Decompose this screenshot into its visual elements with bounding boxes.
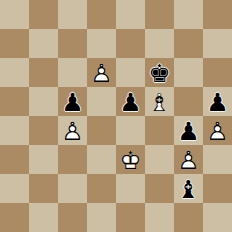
square-a6[interactable] <box>0 58 29 87</box>
white-pawn[interactable]: ♟♙ <box>174 145 203 174</box>
white-pawn-outline: ♙ <box>174 146 203 175</box>
square-h5[interactable]: ♟ <box>203 87 232 116</box>
square-c5[interactable]: ♟ <box>58 87 87 116</box>
square-g6[interactable] <box>174 58 203 87</box>
square-b1[interactable] <box>29 203 58 232</box>
square-a2[interactable] <box>0 174 29 203</box>
black-pawn[interactable]: ♟ <box>203 87 232 116</box>
square-b2[interactable] <box>29 174 58 203</box>
square-a5[interactable] <box>0 87 29 116</box>
white-pawn-outline: ♙ <box>58 117 87 146</box>
square-b5[interactable] <box>29 87 58 116</box>
square-g3[interactable]: ♟♙ <box>174 145 203 174</box>
square-a3[interactable] <box>0 145 29 174</box>
square-c1[interactable] <box>58 203 87 232</box>
square-b4[interactable] <box>29 116 58 145</box>
square-f4[interactable] <box>145 116 174 145</box>
square-g5[interactable] <box>174 87 203 116</box>
square-d1[interactable] <box>87 203 116 232</box>
chess-board: ♟♙♚♟♟♝♗♟♟♙♟♟♙♚♔♟♙♝ <box>0 0 232 232</box>
square-a8[interactable] <box>0 0 29 29</box>
white-pawn[interactable]: ♟♙ <box>203 116 232 145</box>
square-d3[interactable] <box>87 145 116 174</box>
black-pawn-glyph: ♟ <box>116 88 145 117</box>
square-g2[interactable]: ♝ <box>174 174 203 203</box>
square-f6[interactable]: ♚ <box>145 58 174 87</box>
square-d2[interactable] <box>87 174 116 203</box>
white-pawn-outline: ♙ <box>87 59 116 88</box>
white-bishop[interactable]: ♝♗ <box>145 87 174 116</box>
black-pawn-glyph: ♟ <box>174 117 203 146</box>
square-h3[interactable] <box>203 145 232 174</box>
square-g7[interactable] <box>174 29 203 58</box>
black-bishop-glyph: ♝ <box>174 175 203 204</box>
square-h7[interactable] <box>203 29 232 58</box>
square-d7[interactable] <box>87 29 116 58</box>
square-d8[interactable] <box>87 0 116 29</box>
white-pawn[interactable]: ♟♙ <box>87 58 116 87</box>
square-c6[interactable] <box>58 58 87 87</box>
square-g4[interactable]: ♟ <box>174 116 203 145</box>
square-f7[interactable] <box>145 29 174 58</box>
square-f2[interactable] <box>145 174 174 203</box>
square-f1[interactable] <box>145 203 174 232</box>
square-b6[interactable] <box>29 58 58 87</box>
square-b3[interactable] <box>29 145 58 174</box>
square-h6[interactable] <box>203 58 232 87</box>
square-e6[interactable] <box>116 58 145 87</box>
black-pawn-glyph: ♟ <box>203 88 232 117</box>
black-pawn[interactable]: ♟ <box>174 116 203 145</box>
square-f3[interactable] <box>145 145 174 174</box>
square-e4[interactable] <box>116 116 145 145</box>
square-c2[interactable] <box>58 174 87 203</box>
square-e7[interactable] <box>116 29 145 58</box>
square-e1[interactable] <box>116 203 145 232</box>
square-a1[interactable] <box>0 203 29 232</box>
black-pawn-glyph: ♟ <box>58 88 87 117</box>
square-g1[interactable] <box>174 203 203 232</box>
square-f5[interactable]: ♝♗ <box>145 87 174 116</box>
square-e8[interactable] <box>116 0 145 29</box>
white-bishop-outline: ♗ <box>145 88 174 117</box>
square-h1[interactable] <box>203 203 232 232</box>
black-bishop[interactable]: ♝ <box>174 174 203 203</box>
white-king-outline: ♔ <box>116 146 145 175</box>
square-h4[interactable]: ♟♙ <box>203 116 232 145</box>
square-a4[interactable] <box>0 116 29 145</box>
white-pawn[interactable]: ♟♙ <box>58 116 87 145</box>
black-king-glyph: ♚ <box>145 59 174 88</box>
square-c8[interactable] <box>58 0 87 29</box>
square-b7[interactable] <box>29 29 58 58</box>
square-f8[interactable] <box>145 0 174 29</box>
square-b8[interactable] <box>29 0 58 29</box>
square-a7[interactable] <box>0 29 29 58</box>
square-g8[interactable] <box>174 0 203 29</box>
square-e3[interactable]: ♚♔ <box>116 145 145 174</box>
black-king[interactable]: ♚ <box>145 58 174 87</box>
square-c3[interactable] <box>58 145 87 174</box>
square-c4[interactable]: ♟♙ <box>58 116 87 145</box>
square-e5[interactable]: ♟ <box>116 87 145 116</box>
square-c7[interactable] <box>58 29 87 58</box>
square-e2[interactable] <box>116 174 145 203</box>
square-d6[interactable]: ♟♙ <box>87 58 116 87</box>
black-pawn[interactable]: ♟ <box>116 87 145 116</box>
white-king[interactable]: ♚♔ <box>116 145 145 174</box>
square-h2[interactable] <box>203 174 232 203</box>
black-pawn[interactable]: ♟ <box>58 87 87 116</box>
white-pawn-outline: ♙ <box>203 117 232 146</box>
square-d4[interactable] <box>87 116 116 145</box>
square-h8[interactable] <box>203 0 232 29</box>
square-d5[interactable] <box>87 87 116 116</box>
